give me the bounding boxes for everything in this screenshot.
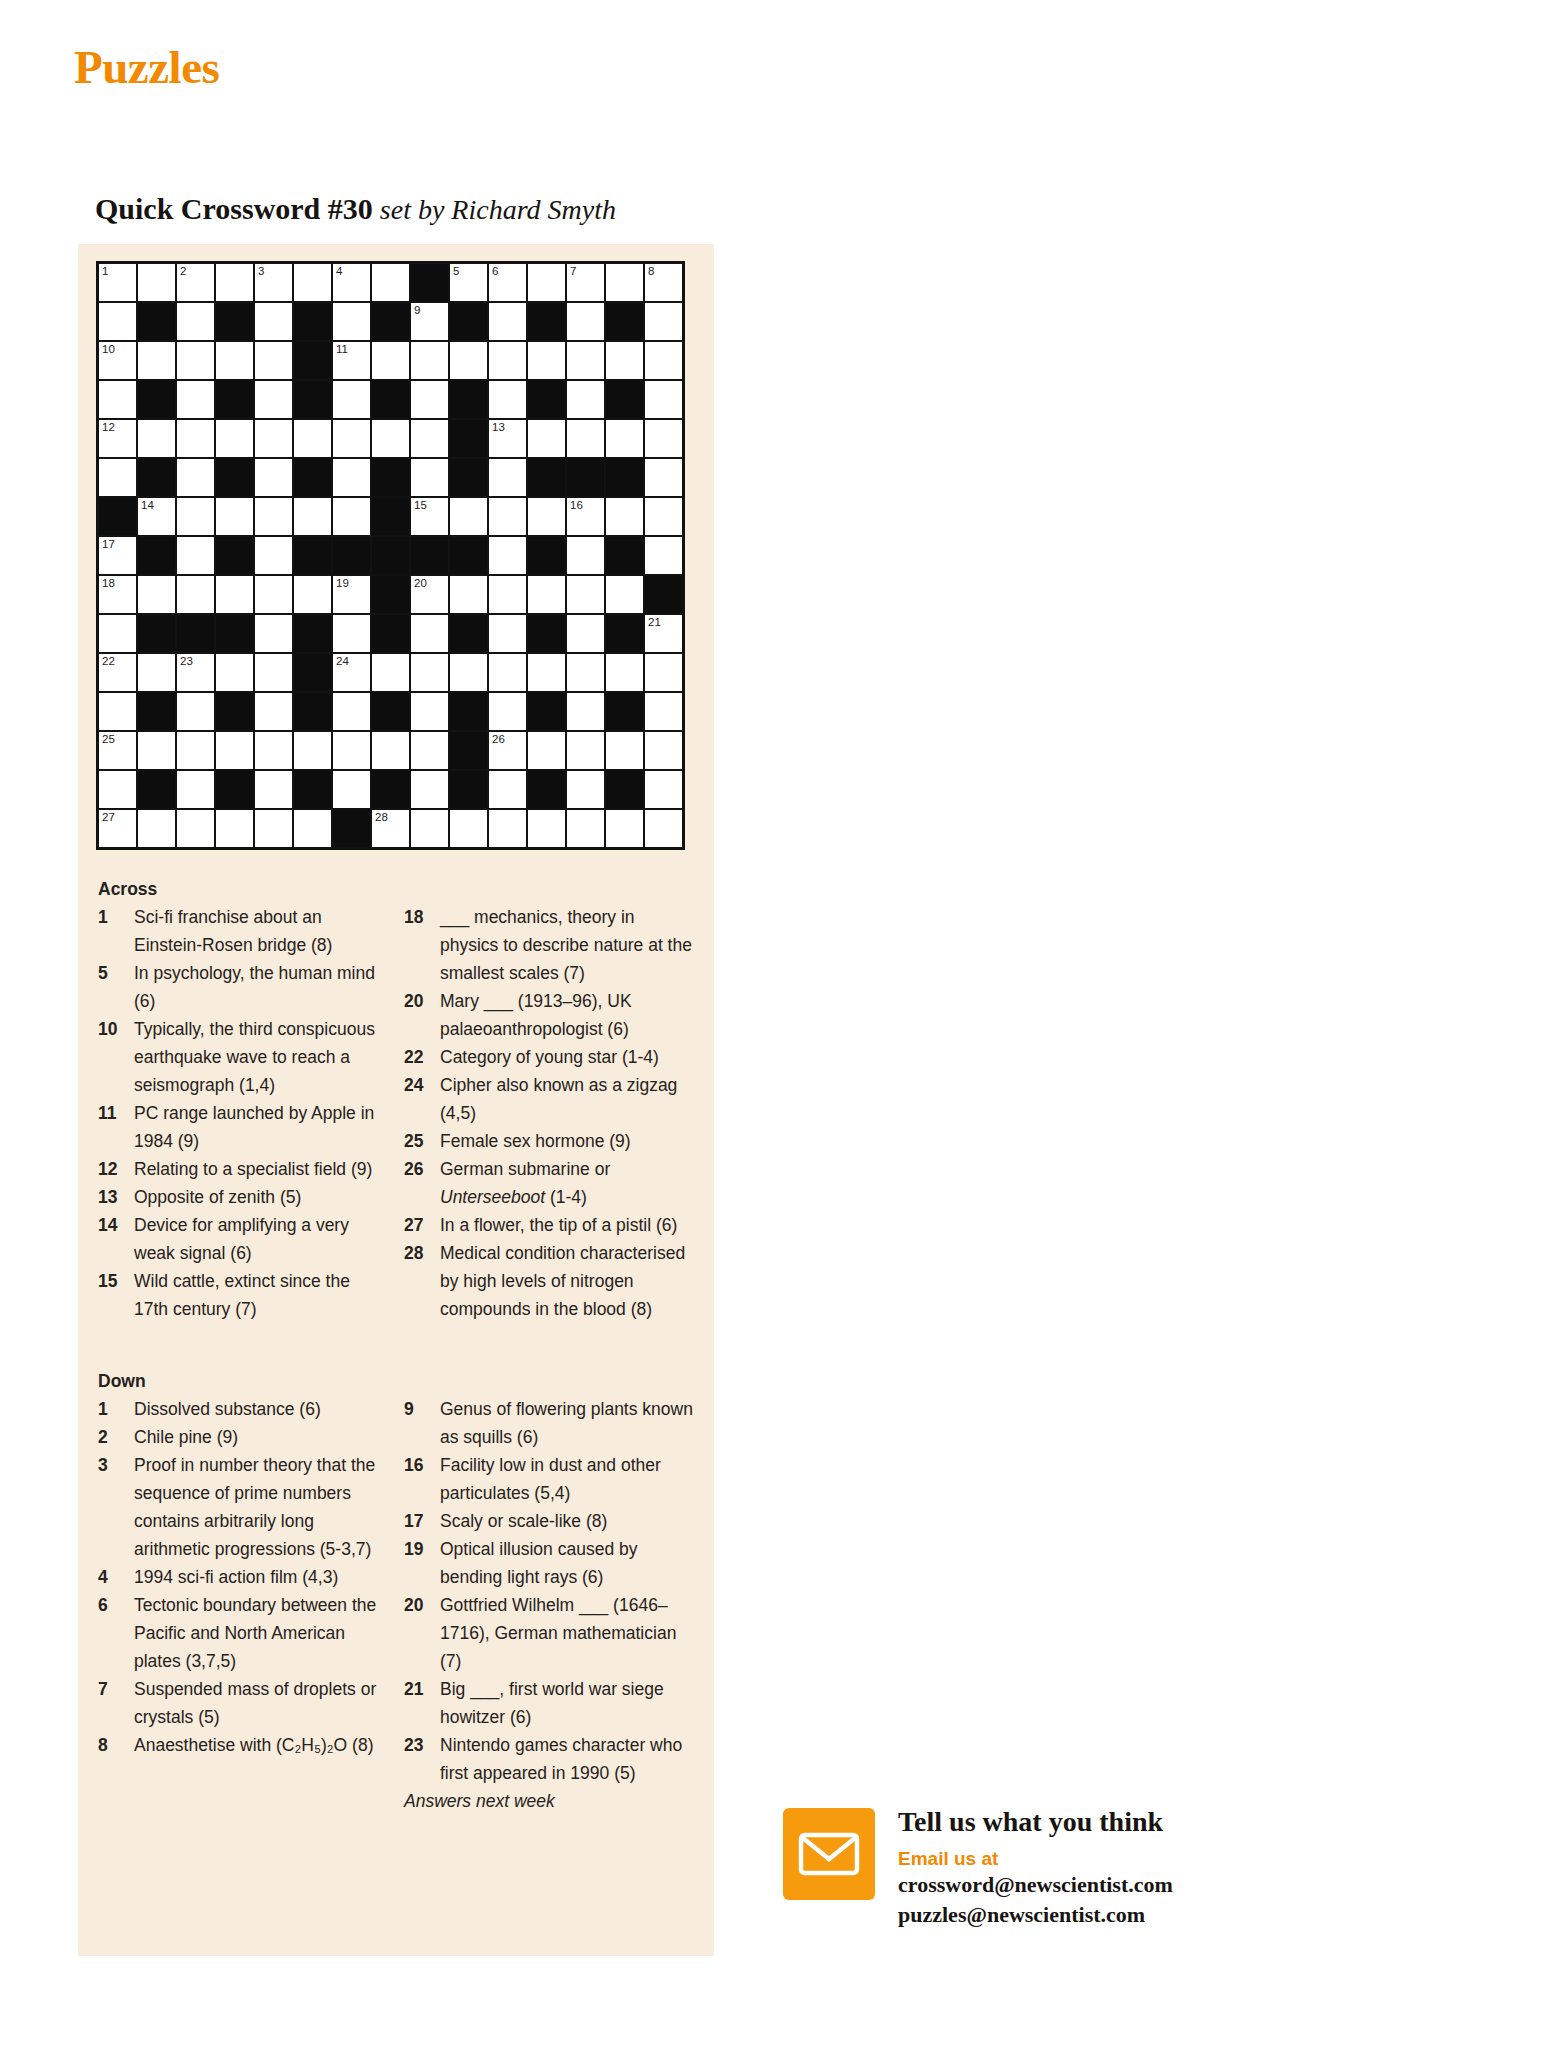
- grid-cell-black: [333, 537, 370, 574]
- grid-cell[interactable]: [489, 771, 526, 808]
- grid-cell[interactable]: [489, 498, 526, 535]
- cell-clue-number: 12: [102, 421, 115, 434]
- grid-cell-black: [372, 693, 409, 730]
- clue: 16Facility low in dust and other particu…: [404, 1451, 694, 1507]
- grid-cell[interactable]: [645, 498, 682, 535]
- grid-cell-black: [138, 303, 175, 340]
- cell-clue-number: 1: [102, 265, 108, 278]
- grid-cell[interactable]: [255, 459, 292, 496]
- grid-cell[interactable]: [489, 342, 526, 379]
- grid-cell[interactable]: [567, 693, 604, 730]
- grid-cell[interactable]: [177, 381, 214, 418]
- grid-cell[interactable]: [645, 381, 682, 418]
- grid-cell[interactable]: 7: [567, 264, 604, 301]
- grid-cell[interactable]: 19: [333, 576, 370, 613]
- cell-clue-number: 25: [102, 733, 115, 746]
- grid-cell[interactable]: [99, 459, 136, 496]
- grid-cell[interactable]: [216, 498, 253, 535]
- grid-cell-black: [372, 459, 409, 496]
- grid-cell-black: [294, 693, 331, 730]
- clue-text: Mary ___ (1913–96), UK palaeoanthropolog…: [440, 987, 694, 1043]
- grid-cell[interactable]: [333, 381, 370, 418]
- clue-lists: Across 1Sci-fi franchise about an Einste…: [98, 875, 698, 1815]
- grid-cell[interactable]: [255, 654, 292, 691]
- grid-cell[interactable]: [645, 537, 682, 574]
- grid-cell[interactable]: [177, 498, 214, 535]
- grid-cell[interactable]: [255, 615, 292, 652]
- grid-cell[interactable]: 6: [489, 264, 526, 301]
- grid-cell[interactable]: 14: [138, 498, 175, 535]
- cell-clue-number: 27: [102, 811, 115, 824]
- clue-text: Facility low in dust and other particula…: [440, 1451, 694, 1507]
- clue: 15Wild cattle, extinct since the 17th ce…: [98, 1267, 388, 1323]
- grid-cell[interactable]: [333, 771, 370, 808]
- grid-cell[interactable]: [567, 654, 604, 691]
- cell-clue-number: 5: [453, 265, 459, 278]
- grid-cell-black: [606, 537, 643, 574]
- grid-cell-black: [528, 381, 565, 418]
- grid-cell[interactable]: [567, 420, 604, 457]
- grid-cell[interactable]: [177, 810, 214, 847]
- clue: 28Medical condition characterised by hig…: [404, 1239, 694, 1323]
- footer-email-label: Email us at: [898, 1848, 1318, 1870]
- grid-cell[interactable]: [177, 732, 214, 769]
- clue-text: Scaly or scale-like (8): [440, 1507, 694, 1535]
- grid-cell[interactable]: [333, 303, 370, 340]
- grid-cell-black: [99, 498, 136, 535]
- grid-cell[interactable]: [450, 498, 487, 535]
- grid-cell[interactable]: [567, 771, 604, 808]
- grid-cell[interactable]: [216, 810, 253, 847]
- grid-cell-black: [294, 459, 331, 496]
- clue-text: Anaesthetise with (C₂H₅)₂O (8): [134, 1731, 388, 1759]
- clue-number: 2: [98, 1423, 134, 1451]
- grid-cell[interactable]: [177, 537, 214, 574]
- grid-cell[interactable]: [450, 654, 487, 691]
- grid-cell[interactable]: [567, 810, 604, 847]
- grid-cell[interactable]: [216, 342, 253, 379]
- grid-cell[interactable]: [567, 381, 604, 418]
- grid-cell[interactable]: [372, 420, 409, 457]
- cell-clue-number: 14: [141, 499, 154, 512]
- clue-text: 1994 sci-fi action film (4,3): [134, 1563, 388, 1591]
- grid-cell[interactable]: [255, 693, 292, 730]
- clue: 20Mary ___ (1913–96), UK palaeoanthropol…: [404, 987, 694, 1043]
- clue: 17Scaly or scale-like (8): [404, 1507, 694, 1535]
- grid-cell-black: [138, 459, 175, 496]
- grid-cell-black: [450, 537, 487, 574]
- grid-cell[interactable]: [177, 303, 214, 340]
- grid-cell-black: [216, 303, 253, 340]
- puzzles-email-link[interactable]: puzzles@newscientist.com: [898, 1900, 1318, 1930]
- grid-cell[interactable]: [99, 693, 136, 730]
- grid-cell-black: [372, 771, 409, 808]
- grid-cell-black: [372, 537, 409, 574]
- clue-number: 12: [98, 1155, 134, 1183]
- grid-cell[interactable]: [489, 537, 526, 574]
- clue-number: 25: [404, 1127, 440, 1155]
- cell-clue-number: 2: [180, 265, 186, 278]
- grid-cell[interactable]: [216, 576, 253, 613]
- grid-cell[interactable]: [645, 810, 682, 847]
- cell-clue-number: 22: [102, 655, 115, 668]
- clue-text: PC range launched by Apple in 1984 (9): [134, 1099, 388, 1155]
- grid-cell[interactable]: 20: [411, 576, 448, 613]
- grid-cell[interactable]: [606, 264, 643, 301]
- grid-cell[interactable]: [255, 537, 292, 574]
- clue-text: Suspended mass of droplets or crystals (…: [134, 1675, 388, 1731]
- grid-cell[interactable]: [177, 771, 214, 808]
- crossword-grid: 1234567891011121314151617181920212223242…: [96, 261, 685, 850]
- grid-cell[interactable]: [528, 498, 565, 535]
- grid-cell-black: [216, 381, 253, 418]
- grid-cell-black: [138, 615, 175, 652]
- grid-cell-black: [294, 303, 331, 340]
- cell-clue-number: 6: [492, 265, 498, 278]
- page-title: Puzzles: [74, 40, 219, 94]
- cell-clue-number: 11: [336, 343, 348, 356]
- clue-text: Gottfried Wilhelm ___ (1646–1716), Germa…: [440, 1591, 694, 1675]
- clue: 11PC range launched by Apple in 1984 (9): [98, 1099, 388, 1155]
- clue-number: 1: [98, 903, 134, 959]
- clue-text: Sci-fi franchise about an Einstein-Rosen…: [134, 903, 388, 959]
- grid-cell[interactable]: [294, 420, 331, 457]
- grid-cell[interactable]: 22: [99, 654, 136, 691]
- grid-cell[interactable]: [255, 498, 292, 535]
- grid-cell-black: [528, 303, 565, 340]
- grid-cell[interactable]: [645, 303, 682, 340]
- grid-cell[interactable]: 3: [255, 264, 292, 301]
- grid-cell[interactable]: [372, 342, 409, 379]
- grid-cell[interactable]: [177, 342, 214, 379]
- grid-cell[interactable]: [177, 459, 214, 496]
- grid-cell[interactable]: [606, 576, 643, 613]
- answers-note: Answers next week: [404, 1787, 694, 1815]
- grid-cell[interactable]: [255, 342, 292, 379]
- grid-cell[interactable]: 16: [567, 498, 604, 535]
- clue: 3Proof in number theory that the sequenc…: [98, 1451, 388, 1563]
- grid-cell[interactable]: [411, 771, 448, 808]
- grid-cell[interactable]: [138, 420, 175, 457]
- across-column-1: 1Sci-fi franchise about an Einstein-Rose…: [98, 903, 388, 1323]
- grid-cell[interactable]: [99, 615, 136, 652]
- grid-cell-black: [606, 615, 643, 652]
- clue-number: 9: [404, 1395, 440, 1451]
- clue-text: Proof in number theory that the sequence…: [134, 1451, 388, 1563]
- grid-cell[interactable]: [255, 303, 292, 340]
- clue-number: 20: [404, 1591, 440, 1675]
- grid-cell[interactable]: [567, 615, 604, 652]
- grid-cell[interactable]: [333, 420, 370, 457]
- grid-cell-black: [450, 771, 487, 808]
- grid-cell-black: [216, 771, 253, 808]
- grid-cell[interactable]: [489, 381, 526, 418]
- clue: 24Cipher also known as a zigzag (4,5): [404, 1071, 694, 1127]
- grid-cell[interactable]: 25: [99, 732, 136, 769]
- grid-cell[interactable]: [411, 693, 448, 730]
- grid-cell[interactable]: [333, 498, 370, 535]
- grid-cell[interactable]: [333, 693, 370, 730]
- grid-cell[interactable]: [177, 576, 214, 613]
- clue: 13Opposite of zenith (5): [98, 1183, 388, 1211]
- footer-heading: Tell us what you think: [898, 1806, 1318, 1838]
- crossword-byline: set by Richard Smyth: [373, 194, 616, 225]
- grid-cell[interactable]: [645, 693, 682, 730]
- grid-cell[interactable]: [138, 342, 175, 379]
- grid-cell-black: [411, 537, 448, 574]
- grid-cell[interactable]: 24: [333, 654, 370, 691]
- clue-number: 18: [404, 903, 440, 987]
- grid-cell[interactable]: [489, 459, 526, 496]
- grid-cell[interactable]: [489, 615, 526, 652]
- cell-clue-number: 15: [414, 499, 427, 512]
- clue-number: 17: [404, 1507, 440, 1535]
- grid-cell[interactable]: [216, 420, 253, 457]
- grid-cell[interactable]: [333, 615, 370, 652]
- grid-cell[interactable]: [138, 810, 175, 847]
- grid-cell[interactable]: [411, 420, 448, 457]
- grid-cell[interactable]: [567, 732, 604, 769]
- grid-cell[interactable]: [372, 264, 409, 301]
- grid-cell[interactable]: [411, 732, 448, 769]
- grid-cell[interactable]: [216, 264, 253, 301]
- grid-cell[interactable]: [645, 342, 682, 379]
- grid-cell-black: [372, 303, 409, 340]
- clue-number: 15: [98, 1267, 134, 1323]
- cell-clue-number: 3: [258, 265, 264, 278]
- grid-cell[interactable]: [294, 264, 331, 301]
- crossword-title: Quick Crossword #30 set by Richard Smyth: [95, 192, 616, 226]
- clue-number: 16: [404, 1451, 440, 1507]
- cell-clue-number: 4: [336, 265, 342, 278]
- grid-cell[interactable]: [645, 654, 682, 691]
- cell-clue-number: 20: [414, 577, 427, 590]
- grid-cell[interactable]: [294, 732, 331, 769]
- grid-cell-black: [528, 459, 565, 496]
- grid-cell[interactable]: [255, 771, 292, 808]
- grid-cell[interactable]: 10: [99, 342, 136, 379]
- grid-cell-black: [450, 693, 487, 730]
- grid-cell-black: [606, 459, 643, 496]
- clue-text: In psychology, the human mind (6): [134, 959, 388, 1015]
- grid-cell[interactable]: [567, 303, 604, 340]
- clue: 14Device for amplifying a very weak sign…: [98, 1211, 388, 1267]
- grid-cell[interactable]: [255, 732, 292, 769]
- clue: 1Sci-fi franchise about an Einstein-Rose…: [98, 903, 388, 959]
- clue: 23Nintendo games character who first app…: [404, 1731, 694, 1787]
- grid-cell-black: [528, 693, 565, 730]
- clue-text: Big ___, first world war siege howitzer …: [440, 1675, 694, 1731]
- grid-cell[interactable]: [294, 576, 331, 613]
- grid-cell[interactable]: 9: [411, 303, 448, 340]
- grid-cell[interactable]: 2: [177, 264, 214, 301]
- grid-cell[interactable]: [411, 654, 448, 691]
- grid-cell[interactable]: 4: [333, 264, 370, 301]
- grid-cell[interactable]: 5: [450, 264, 487, 301]
- clue-text: Chile pine (9): [134, 1423, 388, 1451]
- grid-cell[interactable]: [489, 693, 526, 730]
- grid-cell-black: [294, 615, 331, 652]
- clue-text: Dissolved substance (6): [134, 1395, 388, 1423]
- clue-number: 3: [98, 1451, 134, 1563]
- grid-cell[interactable]: [606, 654, 643, 691]
- grid-cell-black: [450, 459, 487, 496]
- grid-cell[interactable]: [138, 654, 175, 691]
- grid-cell[interactable]: [606, 420, 643, 457]
- grid-cell[interactable]: [567, 576, 604, 613]
- grid-cell[interactable]: 13: [489, 420, 526, 457]
- across-heading: Across: [98, 875, 694, 903]
- clue-text: Tectonic boundary between the Pacific an…: [134, 1591, 388, 1675]
- grid-cell[interactable]: [528, 654, 565, 691]
- grid-cell-black: [294, 537, 331, 574]
- grid-cell[interactable]: [645, 459, 682, 496]
- grid-cell[interactable]: 1: [99, 264, 136, 301]
- grid-cell[interactable]: [645, 732, 682, 769]
- grid-cell[interactable]: 21: [645, 615, 682, 652]
- grid-cell-black: [372, 498, 409, 535]
- clue: 2Chile pine (9): [98, 1423, 388, 1451]
- down-column-1: 1Dissolved substance (6)2Chile pine (9)3…: [98, 1395, 388, 1759]
- grid-cell[interactable]: [216, 732, 253, 769]
- cell-clue-number: 19: [336, 577, 349, 590]
- grid-cell[interactable]: [450, 576, 487, 613]
- grid-cell[interactable]: 8: [645, 264, 682, 301]
- grid-cell[interactable]: [333, 459, 370, 496]
- grid-cell[interactable]: 27: [99, 810, 136, 847]
- down-heading: Down: [98, 1367, 694, 1395]
- clue: 7Suspended mass of droplets or crystals …: [98, 1675, 388, 1731]
- grid-cell[interactable]: [567, 537, 604, 574]
- grid-cell[interactable]: [138, 576, 175, 613]
- grid-cell[interactable]: [450, 810, 487, 847]
- grid-cell[interactable]: 17: [99, 537, 136, 574]
- clue-number: 19: [404, 1535, 440, 1591]
- email-icon-box: [783, 1808, 875, 1900]
- grid-cell[interactable]: [450, 342, 487, 379]
- across-column-2: 18___ mechanics, theory in physics to de…: [404, 903, 694, 1323]
- grid-cell[interactable]: [489, 810, 526, 847]
- grid-cell-black: [567, 459, 604, 496]
- grid-cell-black: [450, 615, 487, 652]
- grid-cell[interactable]: [99, 771, 136, 808]
- clue-text: Cipher also known as a zigzag (4,5): [440, 1071, 694, 1127]
- grid-cell[interactable]: [255, 576, 292, 613]
- grid-cell[interactable]: [606, 342, 643, 379]
- grid-cell[interactable]: [606, 498, 643, 535]
- grid-cell[interactable]: [372, 654, 409, 691]
- grid-cell-black: [294, 381, 331, 418]
- grid-cell-black: [372, 576, 409, 613]
- clue-text: Category of young star (1-4): [440, 1043, 694, 1071]
- grid-cell-black: [450, 732, 487, 769]
- grid-cell[interactable]: [177, 693, 214, 730]
- grid-cell[interactable]: [333, 732, 370, 769]
- grid-cell-black: [138, 537, 175, 574]
- clue-text: Medical condition characterised by high …: [440, 1239, 694, 1323]
- grid-cell-black: [528, 537, 565, 574]
- grid-cell[interactable]: [489, 654, 526, 691]
- grid-cell[interactable]: [216, 654, 253, 691]
- cell-clue-number: 26: [492, 733, 505, 746]
- grid-cell[interactable]: [411, 342, 448, 379]
- clue-number: 8: [98, 1731, 134, 1759]
- grid-cell-black: [138, 693, 175, 730]
- grid-cell-black: [450, 303, 487, 340]
- grid-cell-black: [645, 576, 682, 613]
- grid-cell[interactable]: [528, 810, 565, 847]
- grid-cell[interactable]: [606, 810, 643, 847]
- grid-cell-black: [333, 810, 370, 847]
- crossword-title-text: Quick Crossword #30: [95, 192, 373, 225]
- clue: 25Female sex hormone (9): [404, 1127, 694, 1155]
- grid-cell[interactable]: [138, 264, 175, 301]
- grid-cell[interactable]: [99, 381, 136, 418]
- clue-number: 20: [404, 987, 440, 1043]
- grid-cell[interactable]: [411, 459, 448, 496]
- clue-text: Genus of flowering plants known as squil…: [440, 1395, 694, 1451]
- grid-cell[interactable]: [294, 810, 331, 847]
- grid-cell-black: [294, 654, 331, 691]
- down-section: Down 1Dissolved substance (6)2Chile pine…: [98, 1367, 698, 1815]
- clue-number: 1: [98, 1395, 134, 1423]
- grid-cell[interactable]: [294, 498, 331, 535]
- grid-cell[interactable]: [528, 732, 565, 769]
- clue: 6Tectonic boundary between the Pacific a…: [98, 1591, 388, 1675]
- grid-cell[interactable]: [177, 420, 214, 457]
- crossword-email-link[interactable]: crossword@newscientist.com: [898, 1870, 1318, 1900]
- grid-cell[interactable]: 26: [489, 732, 526, 769]
- grid-cell[interactable]: 18: [99, 576, 136, 613]
- grid-cell[interactable]: [645, 420, 682, 457]
- footer-text: Tell us what you think Email us at cross…: [898, 1806, 1318, 1930]
- grid-cell[interactable]: 12: [99, 420, 136, 457]
- grid-cell[interactable]: [489, 576, 526, 613]
- grid-cell[interactable]: [567, 342, 604, 379]
- clue-text: Device for amplifying a very weak signal…: [134, 1211, 388, 1267]
- grid-cell[interactable]: [411, 615, 448, 652]
- clue: 41994 sci-fi action film (4,3): [98, 1563, 388, 1591]
- grid-cell[interactable]: [255, 810, 292, 847]
- grid-cell-black: [411, 264, 448, 301]
- grid-cell[interactable]: [255, 381, 292, 418]
- grid-cell[interactable]: [489, 303, 526, 340]
- grid-cell-black: [450, 420, 487, 457]
- grid-cell[interactable]: [255, 420, 292, 457]
- grid-cell-black: [138, 771, 175, 808]
- grid-cell[interactable]: [138, 732, 175, 769]
- grid-cell[interactable]: [645, 771, 682, 808]
- cell-clue-number: 13: [492, 421, 505, 434]
- grid-cell[interactable]: 15: [411, 498, 448, 535]
- grid-cell[interactable]: [528, 420, 565, 457]
- grid-cell[interactable]: 23: [177, 654, 214, 691]
- clue-number: 21: [404, 1675, 440, 1731]
- grid-cell[interactable]: 11: [333, 342, 370, 379]
- grid-cell[interactable]: [411, 381, 448, 418]
- grid-cell[interactable]: 28: [372, 810, 409, 847]
- clue: 20Gottfried Wilhelm ___ (1646–1716), Ger…: [404, 1591, 694, 1675]
- grid-cell[interactable]: [372, 732, 409, 769]
- grid-cell[interactable]: [99, 303, 136, 340]
- grid-cell[interactable]: [528, 264, 565, 301]
- grid-cell[interactable]: [528, 576, 565, 613]
- cell-clue-number: 28: [375, 811, 388, 824]
- grid-cell[interactable]: [528, 342, 565, 379]
- grid-cell[interactable]: [606, 732, 643, 769]
- grid-cell[interactable]: [411, 810, 448, 847]
- grid-cell-black: [372, 615, 409, 652]
